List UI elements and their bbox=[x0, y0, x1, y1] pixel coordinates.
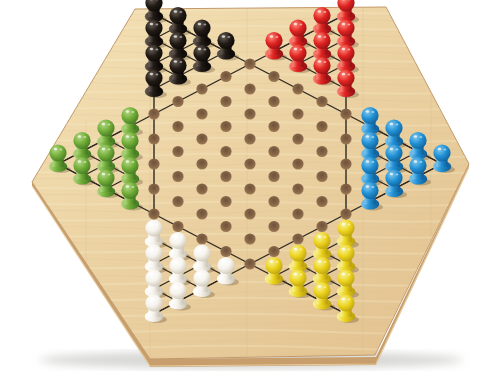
hole[interactable] bbox=[316, 146, 327, 157]
hole[interactable] bbox=[148, 183, 159, 194]
hole[interactable] bbox=[196, 158, 207, 169]
hole[interactable] bbox=[220, 171, 231, 182]
hole[interactable] bbox=[196, 183, 207, 194]
hole[interactable] bbox=[292, 108, 303, 119]
hole[interactable] bbox=[148, 108, 159, 119]
hole[interactable] bbox=[244, 208, 255, 219]
hole[interactable] bbox=[148, 133, 159, 144]
hole[interactable] bbox=[172, 96, 183, 107]
hole[interactable] bbox=[268, 221, 279, 232]
hole[interactable] bbox=[196, 208, 207, 219]
hole[interactable] bbox=[172, 146, 183, 157]
hole[interactable] bbox=[316, 221, 327, 232]
hole[interactable] bbox=[268, 71, 279, 82]
hole[interactable] bbox=[268, 196, 279, 207]
hole[interactable] bbox=[316, 121, 327, 132]
hole[interactable] bbox=[340, 208, 351, 219]
hole[interactable] bbox=[220, 96, 231, 107]
hole[interactable] bbox=[268, 121, 279, 132]
hole[interactable] bbox=[172, 196, 183, 207]
hole[interactable] bbox=[292, 83, 303, 94]
hole[interactable] bbox=[244, 158, 255, 169]
hole[interactable] bbox=[340, 183, 351, 194]
hole[interactable] bbox=[148, 208, 159, 219]
hole[interactable] bbox=[244, 233, 255, 244]
hole[interactable] bbox=[220, 196, 231, 207]
hole[interactable] bbox=[196, 233, 207, 244]
hole[interactable] bbox=[220, 221, 231, 232]
board-photo-svg bbox=[0, 0, 500, 375]
hole[interactable] bbox=[244, 183, 255, 194]
hole[interactable] bbox=[292, 133, 303, 144]
hole[interactable] bbox=[340, 158, 351, 169]
hole[interactable] bbox=[292, 183, 303, 194]
hole[interactable] bbox=[172, 171, 183, 182]
hole[interactable] bbox=[196, 108, 207, 119]
hole[interactable] bbox=[244, 58, 255, 69]
board-photo bbox=[0, 0, 500, 375]
hole[interactable] bbox=[340, 108, 351, 119]
hole[interactable] bbox=[148, 158, 159, 169]
hole[interactable] bbox=[220, 146, 231, 157]
hole[interactable] bbox=[268, 96, 279, 107]
hole[interactable] bbox=[220, 246, 231, 257]
hole[interactable] bbox=[244, 108, 255, 119]
hole[interactable] bbox=[172, 221, 183, 232]
hole[interactable] bbox=[244, 133, 255, 144]
hole[interactable] bbox=[196, 133, 207, 144]
hole[interactable] bbox=[244, 83, 255, 94]
hole[interactable] bbox=[196, 83, 207, 94]
hole[interactable] bbox=[220, 121, 231, 132]
hole[interactable] bbox=[316, 96, 327, 107]
hole[interactable] bbox=[316, 196, 327, 207]
hole[interactable] bbox=[268, 171, 279, 182]
hole[interactable] bbox=[340, 133, 351, 144]
hole[interactable] bbox=[292, 158, 303, 169]
hole[interactable] bbox=[316, 171, 327, 182]
hole[interactable] bbox=[268, 146, 279, 157]
hole[interactable] bbox=[292, 208, 303, 219]
hole[interactable] bbox=[268, 246, 279, 257]
hole[interactable] bbox=[172, 121, 183, 132]
hole[interactable] bbox=[244, 258, 255, 269]
hole[interactable] bbox=[220, 71, 231, 82]
hole[interactable] bbox=[292, 233, 303, 244]
